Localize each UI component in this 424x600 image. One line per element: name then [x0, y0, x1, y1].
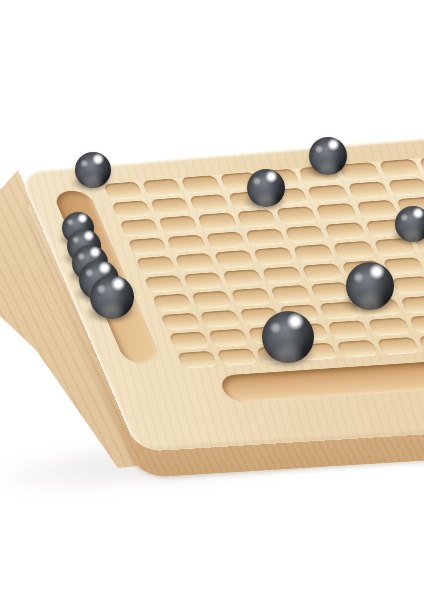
marble-m11[interactable]: [262, 311, 314, 363]
marble-m9[interactable]: [346, 262, 394, 310]
marble-m10[interactable]: [90, 275, 134, 319]
marble-m4[interactable]: [395, 206, 424, 242]
marble-layer: [0, 0, 424, 600]
marble-m1[interactable]: [75, 152, 111, 188]
marble-m3[interactable]: [247, 169, 285, 207]
marble-m2[interactable]: [309, 137, 347, 175]
scene: [0, 0, 424, 600]
